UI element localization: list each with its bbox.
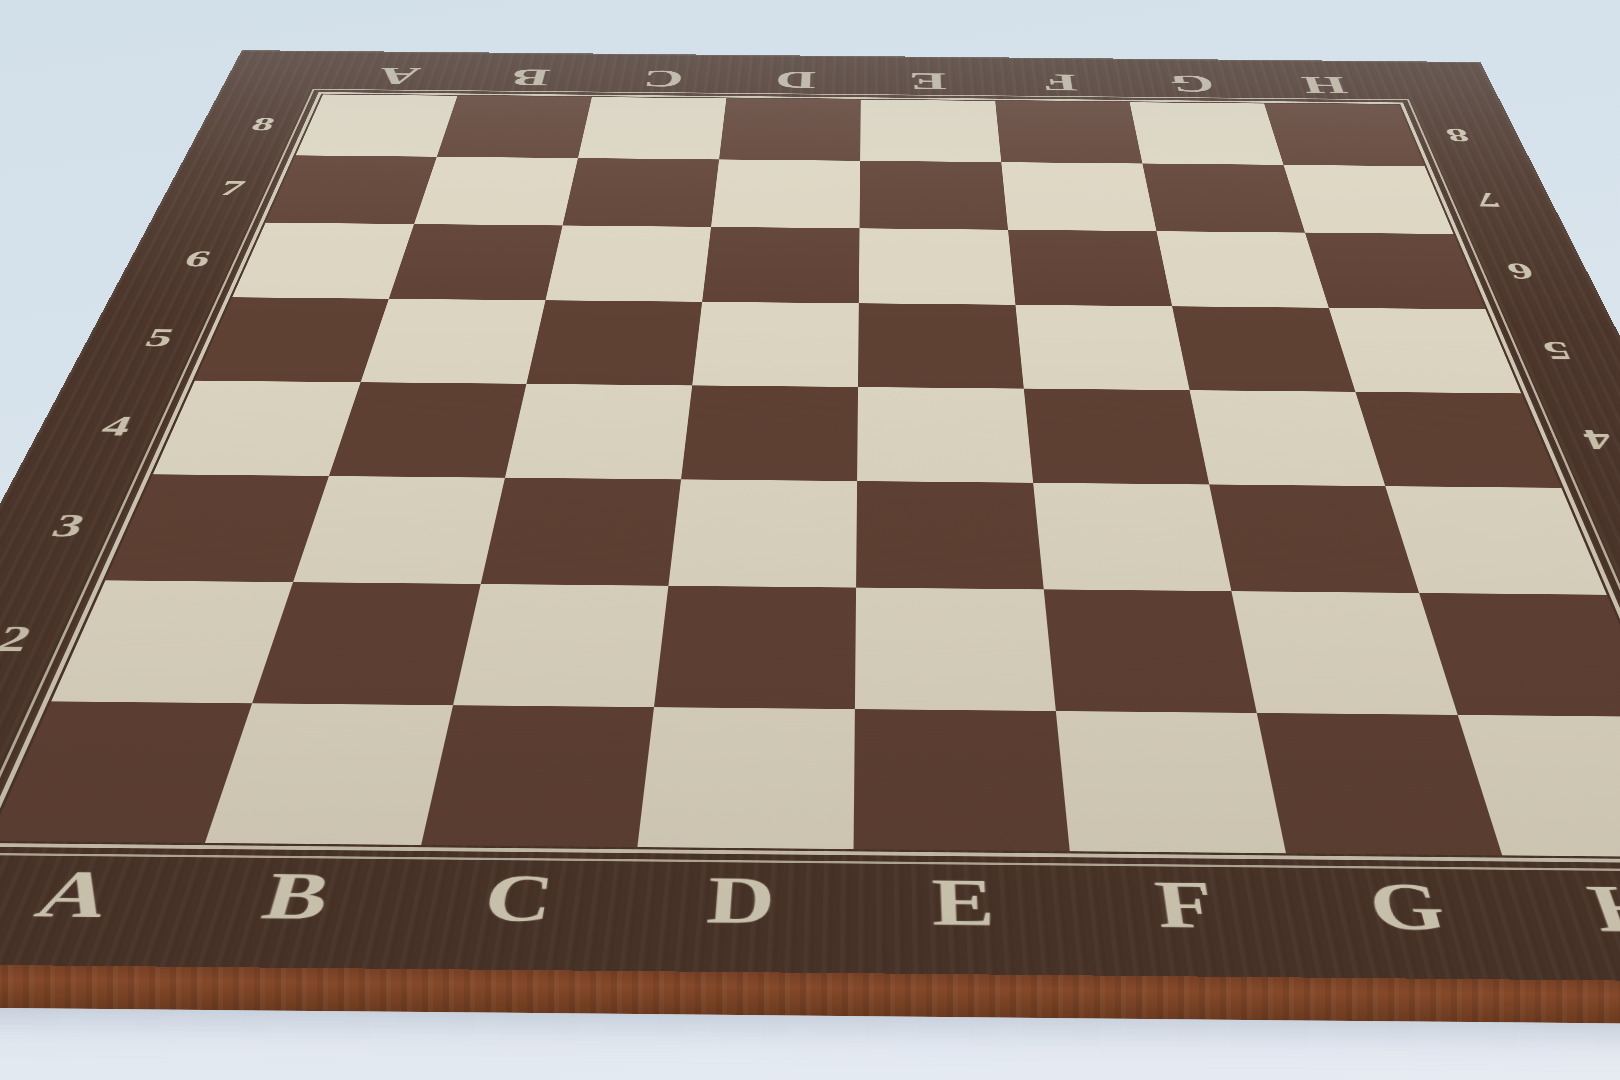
label-cell: A xyxy=(320,51,472,102)
square-e7[interactable] xyxy=(860,161,1008,230)
square-c5[interactable] xyxy=(526,300,702,385)
file-label-bottom-h: H xyxy=(1579,870,1620,948)
square-b7[interactable] xyxy=(414,157,578,226)
file-label-bottom-g: G xyxy=(1361,868,1456,946)
file-label-bottom-a: A xyxy=(26,856,126,933)
square-e2[interactable] xyxy=(855,588,1056,711)
square-g3[interactable] xyxy=(1209,484,1419,593)
square-g6[interactable] xyxy=(1156,231,1328,308)
scene: ABCDEFGH ABCDEFGH 87654321 87654321 xyxy=(0,0,1620,1080)
rank-label-right-4: 4 xyxy=(1577,423,1619,457)
square-d4[interactable] xyxy=(681,385,858,481)
square-b6[interactable] xyxy=(389,224,563,300)
square-c2[interactable] xyxy=(453,584,668,707)
label-cell: 8 xyxy=(1384,105,1534,168)
rank-label-left-3: 3 xyxy=(46,506,92,544)
square-e4[interactable] xyxy=(857,387,1033,483)
file-label-top-a: A xyxy=(371,62,423,90)
square-f4[interactable] xyxy=(1024,389,1209,485)
square-c7[interactable] xyxy=(563,158,719,227)
square-c6[interactable] xyxy=(545,225,711,301)
rank-label-left-4: 4 xyxy=(96,409,139,442)
file-labels-top: ABCDEFGH xyxy=(320,51,1401,111)
square-d1[interactable] xyxy=(637,707,855,849)
label-cell: G xyxy=(1121,59,1266,110)
square-g4[interactable] xyxy=(1190,390,1386,486)
label-cell: H xyxy=(1250,60,1401,111)
square-f6[interactable] xyxy=(1008,230,1172,307)
rank-label-left-2: 2 xyxy=(0,617,39,660)
rank-label-left-6: 6 xyxy=(180,245,216,272)
file-label-top-c: C xyxy=(639,65,685,93)
square-b3[interactable] xyxy=(293,476,505,584)
square-f5[interactable] xyxy=(1015,305,1189,390)
square-b2[interactable] xyxy=(252,582,481,705)
square-f3[interactable] xyxy=(1033,483,1231,591)
square-d3[interactable] xyxy=(668,479,857,587)
file-labels-bottom: ABCDEFGH xyxy=(0,825,1620,982)
square-f1[interactable] xyxy=(1056,711,1286,853)
square-f2[interactable] xyxy=(1044,589,1257,713)
file-label-top-h: H xyxy=(1297,71,1352,99)
square-e8[interactable] xyxy=(860,100,1001,163)
rank-label-left-7: 7 xyxy=(215,176,249,200)
label-cell: C xyxy=(590,54,731,105)
square-g8[interactable] xyxy=(1130,102,1284,165)
square-d8[interactable] xyxy=(719,98,861,160)
square-e3[interactable] xyxy=(856,481,1044,589)
label-cell: E xyxy=(852,833,1082,975)
label-cell: C xyxy=(393,829,639,971)
file-label-top-b: B xyxy=(507,64,553,92)
rank-label-right-8: 8 xyxy=(1442,124,1473,146)
square-d2[interactable] xyxy=(654,586,856,709)
square-e5[interactable] xyxy=(858,303,1024,388)
label-cell: B xyxy=(455,52,601,103)
square-b8[interactable] xyxy=(437,96,592,158)
label-cell: D xyxy=(623,831,854,973)
square-c3[interactable] xyxy=(481,478,681,586)
label-cell: F xyxy=(991,57,1131,108)
square-b4[interactable] xyxy=(329,382,526,477)
square-e1[interactable] xyxy=(854,709,1070,851)
square-g7[interactable] xyxy=(1142,163,1305,232)
square-b5[interactable] xyxy=(361,299,546,384)
file-label-bottom-b: B xyxy=(255,858,341,935)
chessboard: ABCDEFGH ABCDEFGH 87654321 87654321 xyxy=(0,50,1620,984)
rank-label-right-7: 7 xyxy=(1471,188,1505,212)
square-d6[interactable] xyxy=(702,227,859,303)
rank-label-right-5: 5 xyxy=(1538,336,1577,366)
label-cell: E xyxy=(861,56,996,107)
file-label-top-g: G xyxy=(1166,70,1218,98)
square-g5[interactable] xyxy=(1172,306,1355,391)
rank-label-left-8: 8 xyxy=(248,113,280,135)
file-label-bottom-f: F xyxy=(1151,866,1222,944)
square-d7[interactable] xyxy=(711,159,860,228)
file-label-bottom-d: D xyxy=(704,862,778,940)
label-cell: 8 xyxy=(186,93,337,155)
square-c8[interactable] xyxy=(578,97,726,159)
square-d5[interactable] xyxy=(692,302,859,387)
square-c4[interactable] xyxy=(505,384,692,480)
square-f7[interactable] xyxy=(1001,162,1156,231)
file-label-top-f: F xyxy=(1040,69,1080,97)
rank-label-left-5: 5 xyxy=(140,323,179,353)
file-label-top-e: E xyxy=(908,67,948,95)
label-cell: B xyxy=(163,827,425,969)
rank-label-right-6: 6 xyxy=(1502,258,1538,285)
square-f8[interactable] xyxy=(995,101,1142,164)
label-cell: D xyxy=(726,55,862,106)
square-c1[interactable] xyxy=(421,705,654,847)
file-label-bottom-c: C xyxy=(478,860,561,938)
label-cell: 7 xyxy=(1410,166,1569,235)
label-cell: F xyxy=(1068,835,1312,977)
file-label-top-d: D xyxy=(773,66,816,94)
file-label-bottom-e: E xyxy=(931,864,999,942)
square-e6[interactable] xyxy=(859,228,1016,304)
